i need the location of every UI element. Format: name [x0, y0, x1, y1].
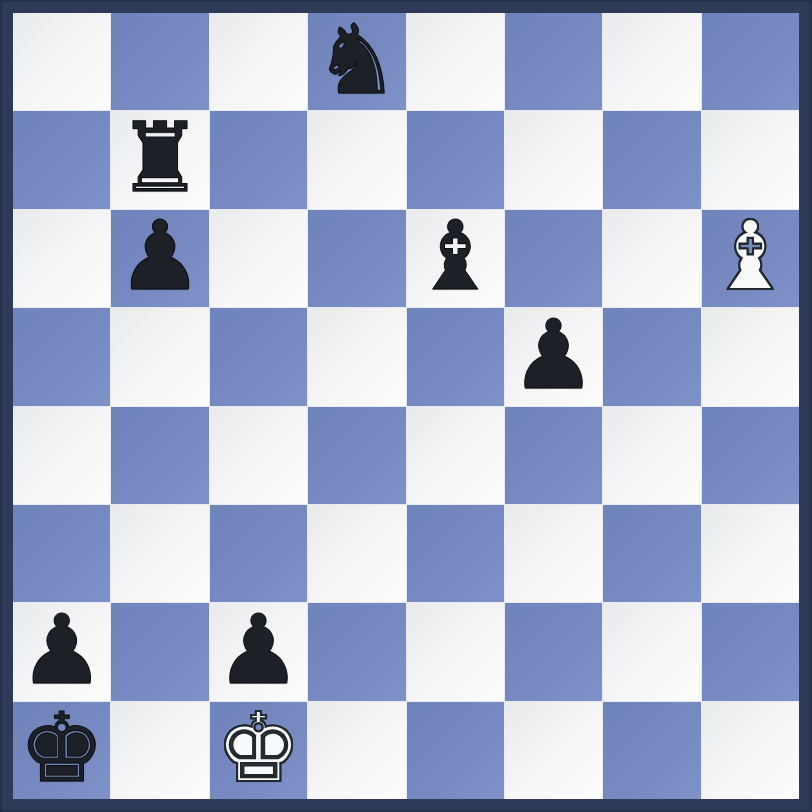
square-d5[interactable]: [308, 308, 405, 405]
square-b6[interactable]: ♟: [111, 210, 208, 307]
square-a5[interactable]: [13, 308, 110, 405]
square-f2[interactable]: [505, 603, 602, 700]
square-f5[interactable]: ♟: [505, 308, 602, 405]
square-g5[interactable]: [603, 308, 700, 405]
square-g1[interactable]: [603, 702, 700, 799]
square-c6[interactable]: [210, 210, 307, 307]
square-h2[interactable]: [702, 603, 799, 700]
square-g6[interactable]: [603, 210, 700, 307]
square-g2[interactable]: [603, 603, 700, 700]
square-c3[interactable]: [210, 505, 307, 602]
square-g8[interactable]: [603, 13, 700, 110]
square-c8[interactable]: [210, 13, 307, 110]
square-b8[interactable]: [111, 13, 208, 110]
piece-black-pawn[interactable]: ♟: [117, 210, 203, 305]
square-c1[interactable]: ♚: [210, 702, 307, 799]
square-d3[interactable]: [308, 505, 405, 602]
square-b3[interactable]: [111, 505, 208, 602]
square-a6[interactable]: [13, 210, 110, 307]
piece-black-bishop[interactable]: ♝: [412, 210, 498, 305]
square-c5[interactable]: [210, 308, 307, 405]
square-a3[interactable]: [13, 505, 110, 602]
square-d7[interactable]: [308, 111, 405, 208]
board-frame: ♞♜♟♝♝♟♟♟♚♚: [0, 0, 812, 812]
square-f4[interactable]: [505, 407, 602, 504]
square-g7[interactable]: [603, 111, 700, 208]
square-e5[interactable]: [407, 308, 504, 405]
piece-black-rook[interactable]: ♜: [117, 111, 203, 206]
square-d1[interactable]: [308, 702, 405, 799]
square-b4[interactable]: [111, 407, 208, 504]
square-d2[interactable]: [308, 603, 405, 700]
piece-black-knight[interactable]: ♞: [314, 13, 400, 108]
square-h6[interactable]: ♝: [702, 210, 799, 307]
square-e7[interactable]: [407, 111, 504, 208]
square-c2[interactable]: ♟: [210, 603, 307, 700]
square-c7[interactable]: [210, 111, 307, 208]
square-a2[interactable]: ♟: [13, 603, 110, 700]
square-h8[interactable]: [702, 13, 799, 110]
piece-white-bishop[interactable]: ♝: [707, 210, 793, 305]
square-f7[interactable]: [505, 111, 602, 208]
square-f6[interactable]: [505, 210, 602, 307]
square-f8[interactable]: [505, 13, 602, 110]
square-g3[interactable]: [603, 505, 700, 602]
chess-board: ♞♜♟♝♝♟♟♟♚♚: [13, 13, 799, 799]
square-h1[interactable]: [702, 702, 799, 799]
square-d4[interactable]: [308, 407, 405, 504]
square-h7[interactable]: [702, 111, 799, 208]
piece-black-pawn[interactable]: ♟: [215, 603, 301, 698]
square-e2[interactable]: [407, 603, 504, 700]
square-a7[interactable]: [13, 111, 110, 208]
square-e6[interactable]: ♝: [407, 210, 504, 307]
square-h4[interactable]: [702, 407, 799, 504]
square-c4[interactable]: [210, 407, 307, 504]
square-a8[interactable]: [13, 13, 110, 110]
square-d8[interactable]: ♞: [308, 13, 405, 110]
piece-black-king[interactable]: ♚: [19, 702, 105, 797]
square-a1[interactable]: ♚: [13, 702, 110, 799]
square-b7[interactable]: ♜: [111, 111, 208, 208]
square-f1[interactable]: [505, 702, 602, 799]
square-b5[interactable]: [111, 308, 208, 405]
square-f3[interactable]: [505, 505, 602, 602]
square-h3[interactable]: [702, 505, 799, 602]
square-h5[interactable]: [702, 308, 799, 405]
square-b1[interactable]: [111, 702, 208, 799]
square-a4[interactable]: [13, 407, 110, 504]
square-d6[interactable]: [308, 210, 405, 307]
square-e4[interactable]: [407, 407, 504, 504]
piece-black-pawn[interactable]: ♟: [19, 603, 105, 698]
square-g4[interactable]: [603, 407, 700, 504]
piece-black-pawn[interactable]: ♟: [511, 308, 597, 403]
square-e1[interactable]: [407, 702, 504, 799]
square-e3[interactable]: [407, 505, 504, 602]
square-e8[interactable]: [407, 13, 504, 110]
square-b2[interactable]: [111, 603, 208, 700]
piece-white-king[interactable]: ♚: [215, 702, 301, 797]
